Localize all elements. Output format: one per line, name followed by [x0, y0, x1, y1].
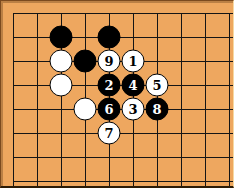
board-intersection	[25, 97, 49, 121]
stone-white-move-5: 5	[146, 74, 169, 97]
stone-black-move-8: 8	[146, 98, 169, 121]
board-intersection	[25, 121, 49, 145]
board-intersection	[193, 49, 217, 73]
board-intersection	[25, 25, 49, 49]
move-number: 9	[104, 51, 113, 72]
board-intersection	[193, 73, 217, 97]
board-intersection	[3, 49, 25, 73]
board-intersection	[3, 121, 25, 145]
board-intersection	[121, 3, 145, 25]
board-intersection	[217, 25, 233, 49]
stone-white-move-9: 9	[98, 50, 121, 73]
board-intersection	[49, 97, 73, 121]
board-intersection	[193, 97, 217, 121]
move-number: 5	[152, 75, 161, 96]
move-number: 2	[104, 75, 113, 96]
move-number: 8	[152, 99, 161, 120]
board-intersection	[169, 25, 193, 49]
board-intersection	[193, 3, 217, 25]
board-intersection	[217, 169, 233, 186]
stone-white	[74, 98, 97, 121]
board-intersection	[169, 145, 193, 169]
stone-black	[50, 26, 73, 49]
board-intersection	[49, 145, 73, 169]
move-number: 4	[128, 75, 137, 96]
board-intersection	[145, 145, 169, 169]
board-intersection	[73, 121, 97, 145]
move-number: 7	[104, 123, 113, 144]
board-intersection	[217, 49, 233, 73]
board-intersection	[73, 145, 97, 169]
move-number: 1	[128, 51, 137, 72]
board-intersection	[193, 145, 217, 169]
stone-black-move-4: 4	[122, 74, 145, 97]
board-intersection	[217, 3, 233, 25]
stone-white-move-3: 3	[122, 98, 145, 121]
board-intersection	[217, 121, 233, 145]
board-intersection	[217, 145, 233, 169]
board-intersection	[121, 169, 145, 186]
board-intersection	[49, 121, 73, 145]
board-intersection	[97, 145, 121, 169]
go-board: 912456387	[3, 3, 233, 186]
board-intersection	[121, 121, 145, 145]
board-intersection	[3, 169, 25, 186]
board-intersection	[3, 145, 25, 169]
board-intersection	[193, 25, 217, 49]
stone-black	[74, 50, 97, 73]
board-intersection	[193, 169, 217, 186]
stone-white	[50, 50, 73, 73]
board-intersection	[73, 3, 97, 25]
board-intersection	[145, 3, 169, 25]
board-intersection	[121, 25, 145, 49]
board-intersection	[145, 169, 169, 186]
board-intersection	[3, 3, 25, 25]
board-intersection	[217, 97, 233, 121]
board-intersection	[169, 3, 193, 25]
stone-black-move-2: 2	[98, 74, 121, 97]
board-intersection	[97, 169, 121, 186]
board-intersection	[217, 73, 233, 97]
stone-black	[98, 26, 121, 49]
board-intersection	[73, 25, 97, 49]
board-intersection	[25, 169, 49, 186]
board-intersection	[169, 121, 193, 145]
board-intersection	[73, 73, 97, 97]
board-intersection	[25, 145, 49, 169]
board-intersection	[25, 49, 49, 73]
board-intersection	[25, 73, 49, 97]
board-intersection	[169, 73, 193, 97]
board-intersection	[169, 97, 193, 121]
board-intersection	[169, 49, 193, 73]
go-diagram: 912456387	[0, 0, 234, 188]
stone-white-move-7: 7	[98, 122, 121, 145]
board-intersection	[73, 169, 97, 186]
board-intersection	[145, 121, 169, 145]
move-number: 3	[128, 99, 137, 120]
stone-white	[50, 74, 73, 97]
stone-white-move-1: 1	[122, 50, 145, 73]
board-intersection	[49, 169, 73, 186]
board-intersection	[3, 73, 25, 97]
move-number: 6	[104, 99, 113, 120]
board-intersection	[121, 145, 145, 169]
board-intersection	[169, 169, 193, 186]
stone-black-move-6: 6	[98, 98, 121, 121]
board-intersection	[3, 25, 25, 49]
board-intersection	[97, 3, 121, 25]
board-intersection	[145, 49, 169, 73]
board-intersection	[193, 121, 217, 145]
board-intersection	[25, 3, 49, 25]
board-intersection	[3, 97, 25, 121]
board-intersection	[145, 25, 169, 49]
board-intersection	[49, 3, 73, 25]
